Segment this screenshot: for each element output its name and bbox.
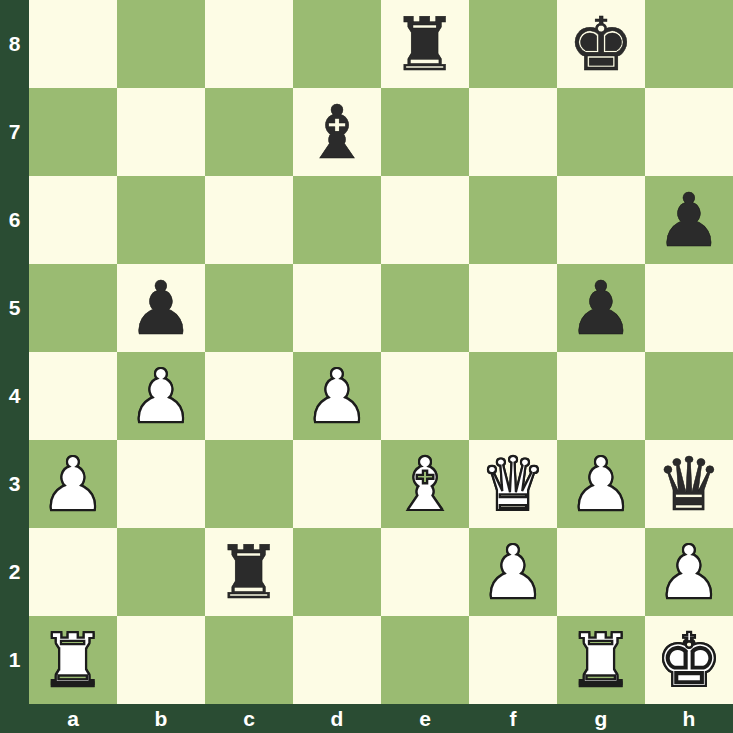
white-pawn[interactable]: ♟ [568, 440, 634, 528]
white-pawn[interactable]: ♟ [304, 352, 370, 440]
black-queen[interactable]: ♛ [656, 440, 722, 528]
rank-label-4: 4 [0, 352, 29, 440]
white-rook[interactable]: ♜ [40, 616, 106, 704]
rank-label-6: 6 [0, 176, 29, 264]
square-f8[interactable] [469, 0, 557, 88]
file-label-h: h [645, 704, 733, 733]
square-a7[interactable] [29, 88, 117, 176]
square-g3[interactable]: ♟ [557, 440, 645, 528]
square-d4[interactable]: ♟ [293, 352, 381, 440]
square-c8[interactable] [205, 0, 293, 88]
file-label-a: a [29, 704, 117, 733]
square-f7[interactable] [469, 88, 557, 176]
black-pawn[interactable]: ♟ [128, 264, 194, 352]
black-king[interactable]: ♚ [568, 0, 634, 88]
square-f3[interactable]: ♛ [469, 440, 557, 528]
square-a4[interactable] [29, 352, 117, 440]
file-label-d: d [293, 704, 381, 733]
square-e2[interactable] [381, 528, 469, 616]
square-h8[interactable] [645, 0, 733, 88]
square-g4[interactable] [557, 352, 645, 440]
square-c1[interactable] [205, 616, 293, 704]
square-a2[interactable] [29, 528, 117, 616]
white-pawn[interactable]: ♟ [480, 528, 546, 616]
square-h4[interactable] [645, 352, 733, 440]
rank-label-3: 3 [0, 440, 29, 528]
square-g8[interactable]: ♚ [557, 0, 645, 88]
square-e7[interactable] [381, 88, 469, 176]
square-f4[interactable] [469, 352, 557, 440]
rank-label-8: 8 [0, 0, 29, 88]
square-g1[interactable]: ♜ [557, 616, 645, 704]
black-pawn[interactable]: ♟ [568, 264, 634, 352]
black-rook[interactable]: ♜ [216, 528, 282, 616]
square-h2[interactable]: ♟ [645, 528, 733, 616]
square-c6[interactable] [205, 176, 293, 264]
black-pawn[interactable]: ♟ [656, 176, 722, 264]
square-d3[interactable] [293, 440, 381, 528]
square-g7[interactable] [557, 88, 645, 176]
square-d1[interactable] [293, 616, 381, 704]
square-a1[interactable]: ♜ [29, 616, 117, 704]
square-g2[interactable] [557, 528, 645, 616]
square-d2[interactable] [293, 528, 381, 616]
square-e3[interactable]: ♝ [381, 440, 469, 528]
square-h3[interactable]: ♛ [645, 440, 733, 528]
white-queen[interactable]: ♛ [480, 440, 546, 528]
square-b4[interactable]: ♟ [117, 352, 205, 440]
square-e1[interactable] [381, 616, 469, 704]
white-pawn[interactable]: ♟ [40, 440, 106, 528]
square-d8[interactable] [293, 0, 381, 88]
square-b7[interactable] [117, 88, 205, 176]
rank-label-1: 1 [0, 616, 29, 704]
file-label-f: f [469, 704, 557, 733]
chess-board-frame: 8♜♚7♝6♟5♟♟4♟♟3♟♝♛♟♛2♜♟♟1♜♜♚abcdefgh [0, 0, 733, 733]
square-d6[interactable] [293, 176, 381, 264]
square-b1[interactable] [117, 616, 205, 704]
square-h6[interactable]: ♟ [645, 176, 733, 264]
square-c4[interactable] [205, 352, 293, 440]
square-d5[interactable] [293, 264, 381, 352]
square-c5[interactable] [205, 264, 293, 352]
black-bishop[interactable]: ♝ [304, 88, 370, 176]
square-a8[interactable] [29, 0, 117, 88]
square-e5[interactable] [381, 264, 469, 352]
white-pawn[interactable]: ♟ [656, 528, 722, 616]
square-e6[interactable] [381, 176, 469, 264]
square-a3[interactable]: ♟ [29, 440, 117, 528]
square-h1[interactable]: ♚ [645, 616, 733, 704]
square-g5[interactable]: ♟ [557, 264, 645, 352]
square-f6[interactable] [469, 176, 557, 264]
white-bishop[interactable]: ♝ [392, 440, 458, 528]
white-pawn[interactable]: ♟ [128, 352, 194, 440]
square-f5[interactable] [469, 264, 557, 352]
square-b5[interactable]: ♟ [117, 264, 205, 352]
rank-label-5: 5 [0, 264, 29, 352]
file-label-g: g [557, 704, 645, 733]
file-label-b: b [117, 704, 205, 733]
square-b8[interactable] [117, 0, 205, 88]
frame-corner [0, 704, 29, 733]
square-f1[interactable] [469, 616, 557, 704]
square-a5[interactable] [29, 264, 117, 352]
white-rook[interactable]: ♜ [568, 616, 634, 704]
file-label-e: e [381, 704, 469, 733]
square-f2[interactable]: ♟ [469, 528, 557, 616]
square-c7[interactable] [205, 88, 293, 176]
square-h7[interactable] [645, 88, 733, 176]
square-b2[interactable] [117, 528, 205, 616]
square-d7[interactable]: ♝ [293, 88, 381, 176]
rank-label-7: 7 [0, 88, 29, 176]
square-g6[interactable] [557, 176, 645, 264]
square-a6[interactable] [29, 176, 117, 264]
black-rook[interactable]: ♜ [392, 0, 458, 88]
file-label-c: c [205, 704, 293, 733]
white-king[interactable]: ♚ [656, 616, 722, 704]
square-e8[interactable]: ♜ [381, 0, 469, 88]
square-e4[interactable] [381, 352, 469, 440]
square-c2[interactable]: ♜ [205, 528, 293, 616]
rank-label-2: 2 [0, 528, 29, 616]
square-h5[interactable] [645, 264, 733, 352]
square-c3[interactable] [205, 440, 293, 528]
square-b6[interactable] [117, 176, 205, 264]
square-b3[interactable] [117, 440, 205, 528]
